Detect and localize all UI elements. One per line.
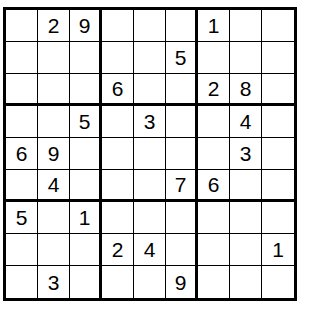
cell-r8c5[interactable]: 4 <box>134 234 166 266</box>
cell-r2c4[interactable] <box>102 42 134 74</box>
cell-r3c2[interactable] <box>38 74 70 106</box>
cell-r1c2[interactable]: 2 <box>38 10 70 42</box>
cell-r9c7[interactable] <box>198 266 230 298</box>
cell-r6c7[interactable]: 6 <box>198 170 230 202</box>
cell-r9c4[interactable] <box>102 266 134 298</box>
cell-r8c1[interactable] <box>6 234 38 266</box>
cell-r7c7[interactable] <box>198 202 230 234</box>
cell-r1c3[interactable]: 9 <box>70 10 102 42</box>
cell-r8c3[interactable] <box>70 234 102 266</box>
cell-r1c9[interactable] <box>262 10 294 42</box>
cell-r4c3[interactable]: 5 <box>70 106 102 138</box>
cell-r3c7[interactable]: 2 <box>198 74 230 106</box>
cell-r3c9[interactable] <box>262 74 294 106</box>
cell-r6c1[interactable] <box>6 170 38 202</box>
cell-r6c9[interactable] <box>262 170 294 202</box>
cell-r5c2[interactable]: 9 <box>38 138 70 170</box>
cell-r9c9[interactable] <box>262 266 294 298</box>
cell-r2c1[interactable] <box>6 42 38 74</box>
cell-r6c4[interactable] <box>102 170 134 202</box>
cell-r4c4[interactable] <box>102 106 134 138</box>
cell-r5c4[interactable] <box>102 138 134 170</box>
cell-r5c1[interactable]: 6 <box>6 138 38 170</box>
cell-r4c8[interactable]: 4 <box>230 106 262 138</box>
cell-r7c8[interactable] <box>230 202 262 234</box>
cell-r9c6[interactable]: 9 <box>166 266 198 298</box>
cell-r7c6[interactable] <box>166 202 198 234</box>
sudoku-board-container: 29156285346934765124139 <box>3 7 297 301</box>
cell-r2c2[interactable] <box>38 42 70 74</box>
cell-r2c3[interactable] <box>70 42 102 74</box>
cell-r5c5[interactable] <box>134 138 166 170</box>
cell-r5c3[interactable] <box>70 138 102 170</box>
cell-r7c1[interactable]: 5 <box>6 202 38 234</box>
cell-r3c1[interactable] <box>6 74 38 106</box>
cell-r4c5[interactable]: 3 <box>134 106 166 138</box>
cell-r1c5[interactable] <box>134 10 166 42</box>
cell-r7c5[interactable] <box>134 202 166 234</box>
cell-r9c2[interactable]: 3 <box>38 266 70 298</box>
cell-r8c9[interactable]: 1 <box>262 234 294 266</box>
cell-r9c1[interactable] <box>6 266 38 298</box>
cell-r4c1[interactable] <box>6 106 38 138</box>
cell-r5c8[interactable]: 3 <box>230 138 262 170</box>
cell-r3c5[interactable] <box>134 74 166 106</box>
cell-r3c3[interactable] <box>70 74 102 106</box>
cell-r9c3[interactable] <box>70 266 102 298</box>
cell-r6c8[interactable] <box>230 170 262 202</box>
cell-r2c6[interactable]: 5 <box>166 42 198 74</box>
cell-r1c4[interactable] <box>102 10 134 42</box>
cell-r4c6[interactable] <box>166 106 198 138</box>
cell-r7c4[interactable] <box>102 202 134 234</box>
cell-r8c6[interactable] <box>166 234 198 266</box>
cell-r3c6[interactable] <box>166 74 198 106</box>
cell-r2c7[interactable] <box>198 42 230 74</box>
cell-r1c1[interactable] <box>6 10 38 42</box>
cell-r6c5[interactable] <box>134 170 166 202</box>
cell-r8c8[interactable] <box>230 234 262 266</box>
cell-r4c9[interactable] <box>262 106 294 138</box>
cell-r5c9[interactable] <box>262 138 294 170</box>
cell-r1c6[interactable] <box>166 10 198 42</box>
cell-r4c2[interactable] <box>38 106 70 138</box>
cell-r1c7[interactable]: 1 <box>198 10 230 42</box>
cell-r7c3[interactable]: 1 <box>70 202 102 234</box>
sudoku-board: 29156285346934765124139 <box>3 7 297 301</box>
cell-r5c7[interactable] <box>198 138 230 170</box>
cell-r9c5[interactable] <box>134 266 166 298</box>
cell-r8c2[interactable] <box>38 234 70 266</box>
cell-r3c8[interactable]: 8 <box>230 74 262 106</box>
cell-r2c5[interactable] <box>134 42 166 74</box>
cell-r4c7[interactable] <box>198 106 230 138</box>
cell-r6c2[interactable]: 4 <box>38 170 70 202</box>
cell-r6c6[interactable]: 7 <box>166 170 198 202</box>
cell-r3c4[interactable]: 6 <box>102 74 134 106</box>
cell-r2c8[interactable] <box>230 42 262 74</box>
cell-r8c4[interactable]: 2 <box>102 234 134 266</box>
cell-r8c7[interactable] <box>198 234 230 266</box>
cell-r2c9[interactable] <box>262 42 294 74</box>
cell-r5c6[interactable] <box>166 138 198 170</box>
cell-r7c2[interactable] <box>38 202 70 234</box>
cell-r7c9[interactable] <box>262 202 294 234</box>
cell-r9c8[interactable] <box>230 266 262 298</box>
cell-r6c3[interactable] <box>70 170 102 202</box>
cell-r1c8[interactable] <box>230 10 262 42</box>
